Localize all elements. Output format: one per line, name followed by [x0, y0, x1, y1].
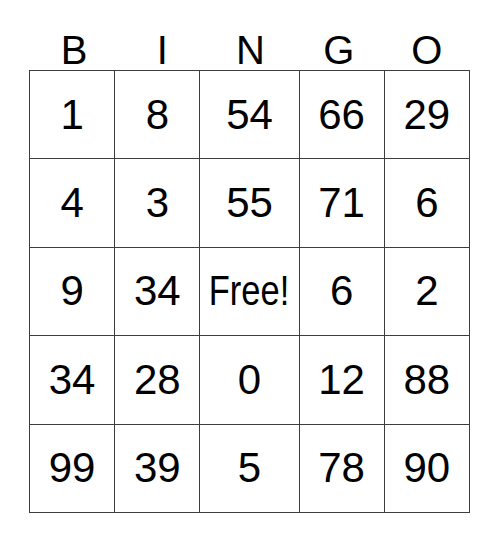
bingo-cell-r5c1[interactable]: 99 — [30, 425, 114, 512]
bingo-cell-r4c4[interactable]: 12 — [300, 336, 384, 423]
bingo-cell-r2c2[interactable]: 3 — [115, 159, 199, 246]
bingo-header-letter-o: O — [411, 30, 442, 70]
bingo-cell-r2c4[interactable]: 71 — [300, 159, 384, 246]
bingo-cell-r3c4[interactable]: 6 — [300, 248, 384, 335]
bingo-cell-r3c2[interactable]: 34 — [115, 248, 199, 335]
bingo-cell-r4c5[interactable]: 88 — [385, 336, 469, 423]
bingo-header-letter-b: B — [61, 30, 88, 70]
bingo-cell-free[interactable]: Free! — [200, 248, 298, 335]
bingo-cell-r1c3[interactable]: 54 — [200, 71, 298, 158]
bingo-cell-r1c5[interactable]: 29 — [385, 71, 469, 158]
bingo-cell-r3c1[interactable]: 9 — [30, 248, 114, 335]
bingo-cell-r1c1[interactable]: 1 — [30, 71, 114, 158]
bingo-cell-r1c2[interactable]: 8 — [115, 71, 199, 158]
bingo-header-letter-n: N — [236, 30, 265, 70]
bingo-cell-r2c1[interactable]: 4 — [30, 159, 114, 246]
bingo-cell-r4c2[interactable]: 28 — [115, 336, 199, 423]
bingo-cell-r4c1[interactable]: 34 — [30, 336, 114, 423]
bingo-cell-r5c3[interactable]: 5 — [200, 425, 298, 512]
free-cell-label: Free! — [209, 270, 289, 312]
bingo-cell-r4c3[interactable]: 0 — [200, 336, 298, 423]
bingo-cell-r3c5[interactable]: 2 — [385, 248, 469, 335]
bingo-cell-r5c5[interactable]: 90 — [385, 425, 469, 512]
bingo-header: B I N G O — [30, 0, 471, 70]
bingo-cell-r5c2[interactable]: 39 — [115, 425, 199, 512]
bingo-header-letter-i: I — [157, 30, 168, 70]
bingo-header-letter-g: G — [323, 30, 354, 70]
bingo-cell-r1c4[interactable]: 66 — [300, 71, 384, 158]
bingo-cell-r5c4[interactable]: 78 — [300, 425, 384, 512]
bingo-cell-r2c5[interactable]: 6 — [385, 159, 469, 246]
bingo-cell-r2c3[interactable]: 55 — [200, 159, 298, 246]
bingo-board: 1 8 54 66 29 4 3 55 71 6 9 34 Free! 6 2 … — [29, 70, 470, 513]
